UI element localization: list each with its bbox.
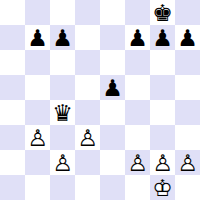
square-e1[interactable]	[100, 175, 125, 200]
chess-board: ♚♟♟♟♟♟♟♛♟♙♟♙♟♙♟♙♟♙♟♙♚♔	[0, 0, 200, 200]
square-c7[interactable]: ♟	[50, 25, 75, 50]
square-g6[interactable]	[150, 50, 175, 75]
square-h1[interactable]	[175, 175, 200, 200]
white-piece-outline-layer: ♙	[75, 125, 100, 150]
black-pawn-piece[interactable]: ♟	[125, 25, 150, 50]
square-c8[interactable]	[50, 0, 75, 25]
square-e5[interactable]: ♟	[100, 75, 125, 100]
square-b4[interactable]	[25, 100, 50, 125]
square-f8[interactable]	[125, 0, 150, 25]
square-f4[interactable]	[125, 100, 150, 125]
square-d7[interactable]	[75, 25, 100, 50]
square-g4[interactable]	[150, 100, 175, 125]
white-piece-outline-layer: ♔	[150, 175, 175, 200]
square-h8[interactable]	[175, 0, 200, 25]
square-f6[interactable]	[125, 50, 150, 75]
white-pawn-piece[interactable]: ♟♙	[125, 150, 150, 175]
white-piece-outline-layer: ♙	[50, 150, 75, 175]
square-c3[interactable]	[50, 125, 75, 150]
white-pawn-piece[interactable]: ♟♙	[175, 150, 200, 175]
square-g2[interactable]: ♟♙	[150, 150, 175, 175]
white-piece-outline-layer: ♙	[25, 125, 50, 150]
square-b3[interactable]: ♟♙	[25, 125, 50, 150]
square-b2[interactable]	[25, 150, 50, 175]
square-h2[interactable]: ♟♙	[175, 150, 200, 175]
white-piece-outline-layer: ♙	[125, 150, 150, 175]
square-f7[interactable]: ♟	[125, 25, 150, 50]
square-d6[interactable]	[75, 50, 100, 75]
square-e6[interactable]	[100, 50, 125, 75]
black-pawn-piece[interactable]: ♟	[150, 25, 175, 50]
square-a5[interactable]	[0, 75, 25, 100]
white-pawn-piece[interactable]: ♟♙	[50, 150, 75, 175]
white-piece-outline-layer: ♙	[175, 150, 200, 175]
square-h3[interactable]	[175, 125, 200, 150]
square-c4[interactable]: ♛	[50, 100, 75, 125]
square-h7[interactable]: ♟	[175, 25, 200, 50]
white-piece-outline-layer: ♙	[150, 150, 175, 175]
square-a3[interactable]	[0, 125, 25, 150]
square-e8[interactable]	[100, 0, 125, 25]
square-c6[interactable]	[50, 50, 75, 75]
square-b7[interactable]: ♟	[25, 25, 50, 50]
white-king-piece[interactable]: ♚♔	[150, 175, 175, 200]
square-f1[interactable]	[125, 175, 150, 200]
black-queen-piece[interactable]: ♛	[50, 100, 75, 125]
square-g5[interactable]	[150, 75, 175, 100]
square-a8[interactable]	[0, 0, 25, 25]
square-b8[interactable]	[25, 0, 50, 25]
square-a6[interactable]	[0, 50, 25, 75]
square-e2[interactable]	[100, 150, 125, 175]
square-g1[interactable]: ♚♔	[150, 175, 175, 200]
square-c5[interactable]	[50, 75, 75, 100]
white-pawn-piece[interactable]: ♟♙	[25, 125, 50, 150]
square-a4[interactable]	[0, 100, 25, 125]
square-f3[interactable]	[125, 125, 150, 150]
square-g8[interactable]: ♚	[150, 0, 175, 25]
square-e3[interactable]	[100, 125, 125, 150]
white-pawn-piece[interactable]: ♟♙	[75, 125, 100, 150]
square-h6[interactable]	[175, 50, 200, 75]
black-pawn-piece[interactable]: ♟	[100, 75, 125, 100]
square-c2[interactable]: ♟♙	[50, 150, 75, 175]
square-e7[interactable]	[100, 25, 125, 50]
square-d3[interactable]: ♟♙	[75, 125, 100, 150]
square-h5[interactable]	[175, 75, 200, 100]
square-c1[interactable]	[50, 175, 75, 200]
square-a2[interactable]	[0, 150, 25, 175]
black-pawn-piece[interactable]: ♟	[50, 25, 75, 50]
black-pawn-piece[interactable]: ♟	[25, 25, 50, 50]
square-e4[interactable]	[100, 100, 125, 125]
black-pawn-piece[interactable]: ♟	[175, 25, 200, 50]
square-f2[interactable]: ♟♙	[125, 150, 150, 175]
square-b1[interactable]	[25, 175, 50, 200]
black-king-piece[interactable]: ♚	[150, 0, 175, 25]
square-b6[interactable]	[25, 50, 50, 75]
square-g3[interactable]	[150, 125, 175, 150]
white-pawn-piece[interactable]: ♟♙	[150, 150, 175, 175]
square-a7[interactable]	[0, 25, 25, 50]
square-d5[interactable]	[75, 75, 100, 100]
square-d8[interactable]	[75, 0, 100, 25]
square-h4[interactable]	[175, 100, 200, 125]
square-d1[interactable]	[75, 175, 100, 200]
square-d2[interactable]	[75, 150, 100, 175]
square-b5[interactable]	[25, 75, 50, 100]
square-a1[interactable]	[0, 175, 25, 200]
square-f5[interactable]	[125, 75, 150, 100]
square-g7[interactable]: ♟	[150, 25, 175, 50]
square-d4[interactable]	[75, 100, 100, 125]
